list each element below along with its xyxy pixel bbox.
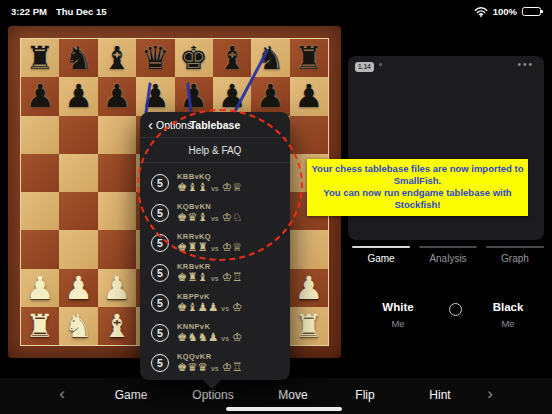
callout-line: Stockfish! bbox=[309, 199, 526, 211]
tablebase-entry[interactable]: 5 KBPPvK ♚♝♟♟vs♔ bbox=[140, 288, 290, 318]
square-c8[interactable]: ♝ bbox=[98, 39, 136, 77]
players-row: White Me Black Me bbox=[346, 301, 552, 343]
piece-count-badge: 5 bbox=[151, 354, 169, 372]
black-piece-n: ♞ bbox=[256, 42, 285, 74]
black-piece-q: ♛ bbox=[141, 42, 170, 74]
square-c7[interactable]: ♟ bbox=[98, 77, 136, 115]
square-b1[interactable]: ♞ bbox=[59, 307, 97, 345]
black-piece-p: ♟ bbox=[179, 80, 208, 112]
battery-percent: 100% bbox=[493, 6, 517, 17]
tab-analysis[interactable]: Analysis bbox=[419, 246, 477, 264]
square-f7[interactable]: ♟ bbox=[213, 77, 251, 115]
square-c6[interactable] bbox=[98, 116, 136, 154]
side-select-toggle[interactable] bbox=[449, 303, 462, 316]
toolbar-hint-button[interactable]: Hint bbox=[429, 388, 450, 402]
square-c5[interactable] bbox=[98, 154, 136, 192]
white-piece-n: ♞ bbox=[64, 310, 93, 342]
prev-move-button[interactable]: ‹ bbox=[59, 385, 65, 402]
square-b2[interactable]: ♟ bbox=[59, 269, 97, 307]
white-piece-p: ♟ bbox=[294, 272, 323, 304]
tab-game[interactable]: Game bbox=[352, 246, 410, 264]
square-c4[interactable] bbox=[98, 192, 136, 230]
tab-graph[interactable]: Graph bbox=[486, 246, 544, 264]
square-e8[interactable]: ♚ bbox=[175, 39, 213, 77]
tablebase-popover: ‹ Options Tablebase Help & FAQ 5 KBBvKQ … bbox=[140, 112, 290, 380]
black-piece-p: ♟ bbox=[218, 80, 247, 112]
home-indicator[interactable] bbox=[226, 407, 342, 411]
white-piece-p: ♟ bbox=[64, 272, 93, 304]
piece-count-badge: 5 bbox=[151, 264, 169, 282]
square-b4[interactable] bbox=[59, 192, 97, 230]
square-f8[interactable]: ♝ bbox=[213, 39, 251, 77]
piece-count-badge: 5 bbox=[151, 294, 169, 312]
white-piece-p: ♟ bbox=[26, 272, 55, 304]
back-to-options-button[interactable]: ‹ Options bbox=[148, 119, 192, 131]
black-piece-r: ♜ bbox=[26, 42, 55, 74]
back-chevron-icon: ‹ bbox=[148, 119, 153, 131]
black-piece-r: ♜ bbox=[294, 42, 323, 74]
square-g7[interactable]: ♟ bbox=[251, 77, 289, 115]
square-b5[interactable] bbox=[59, 154, 97, 192]
more-menu-icon[interactable]: ••• bbox=[517, 60, 534, 70]
black-piece-b: ♝ bbox=[218, 42, 247, 74]
square-h7[interactable]: ♟ bbox=[290, 77, 328, 115]
square-g8[interactable]: ♞ bbox=[251, 39, 289, 77]
black-piece-p: ♟ bbox=[26, 80, 55, 112]
clock: 3:22 PM bbox=[11, 6, 47, 17]
tablebase-pieces: ♚♜♝vs♔♖ bbox=[177, 272, 242, 284]
next-move-button[interactable]: › bbox=[487, 385, 493, 402]
white-piece-r: ♜ bbox=[294, 310, 323, 342]
square-b7[interactable]: ♟ bbox=[59, 77, 97, 115]
black-player-name: Me bbox=[478, 318, 538, 329]
black-player[interactable]: Black Me bbox=[478, 301, 538, 329]
popover-tail bbox=[203, 380, 221, 389]
square-h8[interactable]: ♜ bbox=[290, 39, 328, 77]
callout-line: Your chess tablebase files are now impor… bbox=[309, 163, 526, 175]
square-a5[interactable] bbox=[21, 154, 59, 192]
tablebase-entry[interactable]: 5 KNNPvK ♚♞♞♟vs♔ bbox=[140, 318, 290, 348]
black-piece-p: ♟ bbox=[103, 80, 132, 112]
wifi-icon bbox=[474, 6, 488, 17]
black-piece-p: ♟ bbox=[294, 80, 323, 112]
square-a3[interactable] bbox=[21, 230, 59, 268]
date: Thu Dec 15 bbox=[56, 6, 107, 17]
square-b3[interactable] bbox=[59, 230, 97, 268]
help-faq-button[interactable]: Help & FAQ bbox=[140, 138, 290, 163]
callout-line: You can now run endgame tablebase with bbox=[309, 187, 526, 199]
import-success-callout: Your chess tablebase files are now impor… bbox=[307, 159, 528, 216]
square-a6[interactable] bbox=[21, 116, 59, 154]
tablebase-entry[interactable]: 5 KRRvKQ ♚♜♜vs♔♕ bbox=[140, 228, 290, 258]
badge-dot bbox=[379, 63, 382, 66]
square-d7[interactable]: ♟ bbox=[136, 77, 174, 115]
back-label: Options bbox=[156, 119, 192, 131]
square-c2[interactable]: ♟ bbox=[98, 269, 136, 307]
white-label: White bbox=[368, 301, 428, 313]
tablebase-list: 5 KBBvKQ ♚♝♝vs♔♕ 5 KQBvKN ♚♛♝vs♔♘ 5 KRRv… bbox=[140, 168, 290, 378]
tablebase-entry[interactable]: 5 KRBvKR ♚♜♝vs♔♖ bbox=[140, 258, 290, 288]
tablebase-entry[interactable]: 5 KBBvKQ ♚♝♝vs♔♕ bbox=[140, 168, 290, 198]
tablebase-pieces: ♚♜♜vs♔♕ bbox=[177, 242, 242, 254]
battery-icon bbox=[522, 7, 541, 16]
black-label: Black bbox=[478, 301, 538, 313]
popover-header: ‹ Options Tablebase bbox=[140, 112, 290, 138]
piece-count-badge: 5 bbox=[151, 234, 169, 252]
tablebase-pieces: ♚♝♟♟vs♔ bbox=[177, 302, 242, 314]
white-player-name: Me bbox=[368, 318, 428, 329]
black-piece-k: ♚ bbox=[179, 42, 208, 74]
black-piece-p: ♟ bbox=[256, 80, 285, 112]
square-e7[interactable]: ♟ bbox=[175, 77, 213, 115]
white-piece-r: ♜ bbox=[26, 310, 55, 342]
square-a2[interactable]: ♟ bbox=[21, 269, 59, 307]
tablebase-pieces: ♚♞♞♟vs♔ bbox=[177, 332, 242, 344]
square-b8[interactable]: ♞ bbox=[59, 39, 97, 77]
moves-area-badge: 1.14 bbox=[355, 62, 374, 72]
square-a8[interactable]: ♜ bbox=[21, 39, 59, 77]
square-a4[interactable] bbox=[21, 192, 59, 230]
toolbar-flip-button[interactable]: Flip bbox=[355, 388, 374, 402]
black-piece-p: ♟ bbox=[64, 80, 93, 112]
square-h3[interactable] bbox=[290, 230, 328, 268]
tablebase-pieces: ♚♝♝vs♔♕ bbox=[177, 182, 242, 194]
square-c3[interactable] bbox=[98, 230, 136, 268]
toolbar-game-button[interactable]: Game bbox=[115, 388, 148, 402]
square-d8[interactable]: ♛ bbox=[136, 39, 174, 77]
tablebase-entry[interactable]: 5 KQBvKN ♚♛♝vs♔♘ bbox=[140, 198, 290, 228]
square-c1[interactable]: ♝ bbox=[98, 307, 136, 345]
black-piece-n: ♞ bbox=[64, 42, 93, 74]
toolbar-move-button[interactable]: Move bbox=[278, 388, 307, 402]
square-b6[interactable] bbox=[59, 116, 97, 154]
square-h2[interactable]: ♟ bbox=[290, 269, 328, 307]
white-piece-p: ♟ bbox=[103, 272, 132, 304]
square-h1[interactable]: ♜ bbox=[290, 307, 328, 345]
piece-count-badge: 5 bbox=[151, 204, 169, 222]
panel-tabs: Game Analysis Graph bbox=[352, 246, 544, 264]
black-piece-b: ♝ bbox=[103, 42, 132, 74]
white-piece-b: ♝ bbox=[103, 310, 132, 342]
square-h6[interactable] bbox=[290, 116, 328, 154]
white-player[interactable]: White Me bbox=[368, 301, 428, 329]
square-a1[interactable]: ♜ bbox=[21, 307, 59, 345]
square-a7[interactable]: ♟ bbox=[21, 77, 59, 115]
black-piece-p: ♟ bbox=[141, 80, 170, 112]
callout-line: SmallFish. bbox=[309, 175, 526, 187]
piece-count-badge: 5 bbox=[151, 324, 169, 342]
toolbar-options-button[interactable]: Options bbox=[192, 388, 233, 402]
piece-count-badge: 5 bbox=[151, 174, 169, 192]
tablebase-pieces: ♚♛♝vs♔♘ bbox=[177, 212, 242, 224]
status-bar: 3:22 PM Thu Dec 15 100% bbox=[0, 0, 552, 22]
tablebase-pieces: ♚♛♛vs♔♖ bbox=[177, 362, 242, 374]
tablebase-entry[interactable]: 5 KQQvKR ♚♛♛vs♔♖ bbox=[140, 348, 290, 378]
